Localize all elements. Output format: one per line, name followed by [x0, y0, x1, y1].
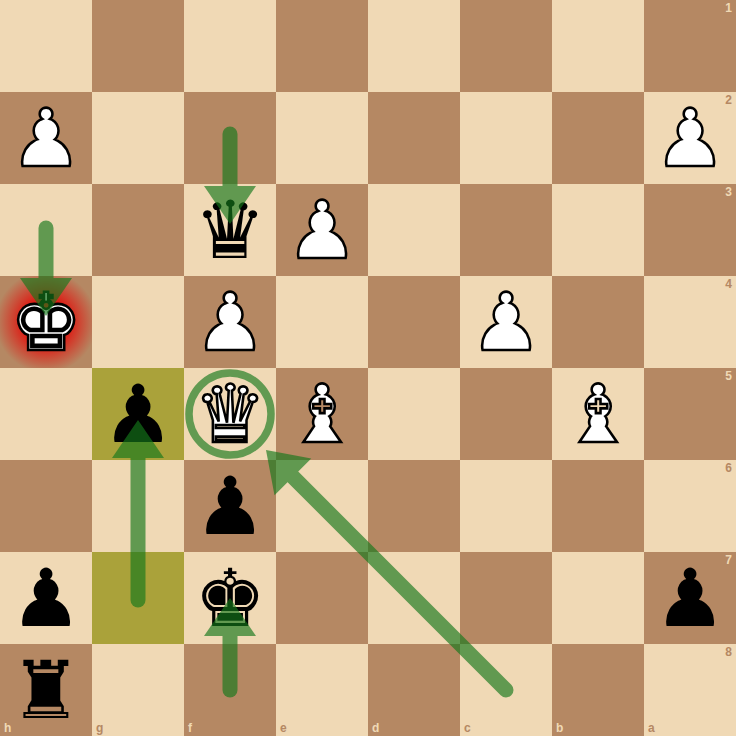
square-a6[interactable]: 6 [644, 460, 736, 552]
square-f5[interactable]: ♛ [184, 368, 276, 460]
rank-label-1: 1 [725, 1, 732, 15]
square-b6[interactable] [552, 460, 644, 552]
square-h3[interactable] [0, 184, 92, 276]
square-b1[interactable] [552, 0, 644, 92]
file-label-a: a [648, 721, 655, 735]
black-pawn-f6[interactable]: ♟ [184, 460, 276, 552]
square-d1[interactable] [368, 0, 460, 92]
square-e3[interactable]: ♟ [276, 184, 368, 276]
square-g6[interactable] [92, 460, 184, 552]
rank-label-6: 6 [725, 461, 732, 475]
square-c1[interactable] [460, 0, 552, 92]
white-king-h4[interactable]: ♚ [0, 276, 92, 368]
square-c7[interactable] [460, 552, 552, 644]
square-d8[interactable]: d [368, 644, 460, 736]
square-b7[interactable] [552, 552, 644, 644]
square-g2[interactable] [92, 92, 184, 184]
file-label-f: f [188, 721, 192, 735]
square-c2[interactable] [460, 92, 552, 184]
black-rook-h8[interactable]: ♜ [0, 644, 92, 736]
black-pawn-g5[interactable]: ♟ [92, 368, 184, 460]
square-e5[interactable]: ♝ [276, 368, 368, 460]
square-e7[interactable] [276, 552, 368, 644]
black-king-f7[interactable]: ♚ [184, 552, 276, 644]
rank-label-3: 3 [725, 185, 732, 199]
square-c3[interactable] [460, 184, 552, 276]
chess-board: 1♟2♟♛♟3♚♟♟4♟♛♝♝5♟6♟♚7♟h♜gfedcba8 [0, 0, 736, 736]
square-f1[interactable] [184, 0, 276, 92]
square-a4[interactable]: 4 [644, 276, 736, 368]
square-f4[interactable]: ♟ [184, 276, 276, 368]
white-pawn-e3[interactable]: ♟ [276, 184, 368, 276]
file-label-g: g [96, 721, 103, 735]
square-b8[interactable]: b [552, 644, 644, 736]
square-f6[interactable]: ♟ [184, 460, 276, 552]
file-label-c: c [464, 721, 471, 735]
square-h2[interactable]: ♟ [0, 92, 92, 184]
square-e2[interactable] [276, 92, 368, 184]
rank-label-8: 8 [725, 645, 732, 659]
white-pawn-a2[interactable]: ♟ [644, 92, 736, 184]
square-a2[interactable]: 2♟ [644, 92, 736, 184]
square-a5[interactable]: 5 [644, 368, 736, 460]
rank-label-4: 4 [725, 277, 732, 291]
square-b4[interactable] [552, 276, 644, 368]
square-f2[interactable] [184, 92, 276, 184]
square-g1[interactable] [92, 0, 184, 92]
square-e1[interactable] [276, 0, 368, 92]
black-pawn-h7[interactable]: ♟ [0, 552, 92, 644]
black-pawn-a7[interactable]: ♟ [644, 552, 736, 644]
white-bishop-e5[interactable]: ♝ [276, 368, 368, 460]
square-g4[interactable] [92, 276, 184, 368]
square-h8[interactable]: h♜ [0, 644, 92, 736]
square-d6[interactable] [368, 460, 460, 552]
square-h4[interactable]: ♚ [0, 276, 92, 368]
square-d2[interactable] [368, 92, 460, 184]
square-d4[interactable] [368, 276, 460, 368]
square-g8[interactable]: g [92, 644, 184, 736]
white-queen-f5[interactable]: ♛ [184, 368, 276, 460]
square-f3[interactable]: ♛ [184, 184, 276, 276]
square-c6[interactable] [460, 460, 552, 552]
square-f8[interactable]: f [184, 644, 276, 736]
square-e6[interactable] [276, 460, 368, 552]
square-b3[interactable] [552, 184, 644, 276]
square-e8[interactable]: e [276, 644, 368, 736]
white-bishop-b5[interactable]: ♝ [552, 368, 644, 460]
board-squares: 1♟2♟♛♟3♚♟♟4♟♛♝♝5♟6♟♚7♟h♜gfedcba8 [0, 0, 736, 736]
file-label-b: b [556, 721, 563, 735]
square-d5[interactable] [368, 368, 460, 460]
square-d3[interactable] [368, 184, 460, 276]
square-a7[interactable]: 7♟ [644, 552, 736, 644]
square-c5[interactable] [460, 368, 552, 460]
square-g3[interactable] [92, 184, 184, 276]
rank-label-5: 5 [725, 369, 732, 383]
square-g7[interactable] [92, 552, 184, 644]
square-h5[interactable] [0, 368, 92, 460]
square-b2[interactable] [552, 92, 644, 184]
square-h6[interactable] [0, 460, 92, 552]
square-c4[interactable]: ♟ [460, 276, 552, 368]
white-pawn-c4[interactable]: ♟ [460, 276, 552, 368]
file-label-e: e [280, 721, 287, 735]
square-h7[interactable]: ♟ [0, 552, 92, 644]
square-f7[interactable]: ♚ [184, 552, 276, 644]
square-e4[interactable] [276, 276, 368, 368]
white-pawn-f4[interactable]: ♟ [184, 276, 276, 368]
square-a8[interactable]: a8 [644, 644, 736, 736]
square-a1[interactable]: 1 [644, 0, 736, 92]
square-g5[interactable]: ♟ [92, 368, 184, 460]
black-queen-f3[interactable]: ♛ [184, 184, 276, 276]
square-c8[interactable]: c [460, 644, 552, 736]
square-a3[interactable]: 3 [644, 184, 736, 276]
file-label-d: d [372, 721, 379, 735]
square-h1[interactable] [0, 0, 92, 92]
white-pawn-h2[interactable]: ♟ [0, 92, 92, 184]
square-d7[interactable] [368, 552, 460, 644]
square-b5[interactable]: ♝ [552, 368, 644, 460]
